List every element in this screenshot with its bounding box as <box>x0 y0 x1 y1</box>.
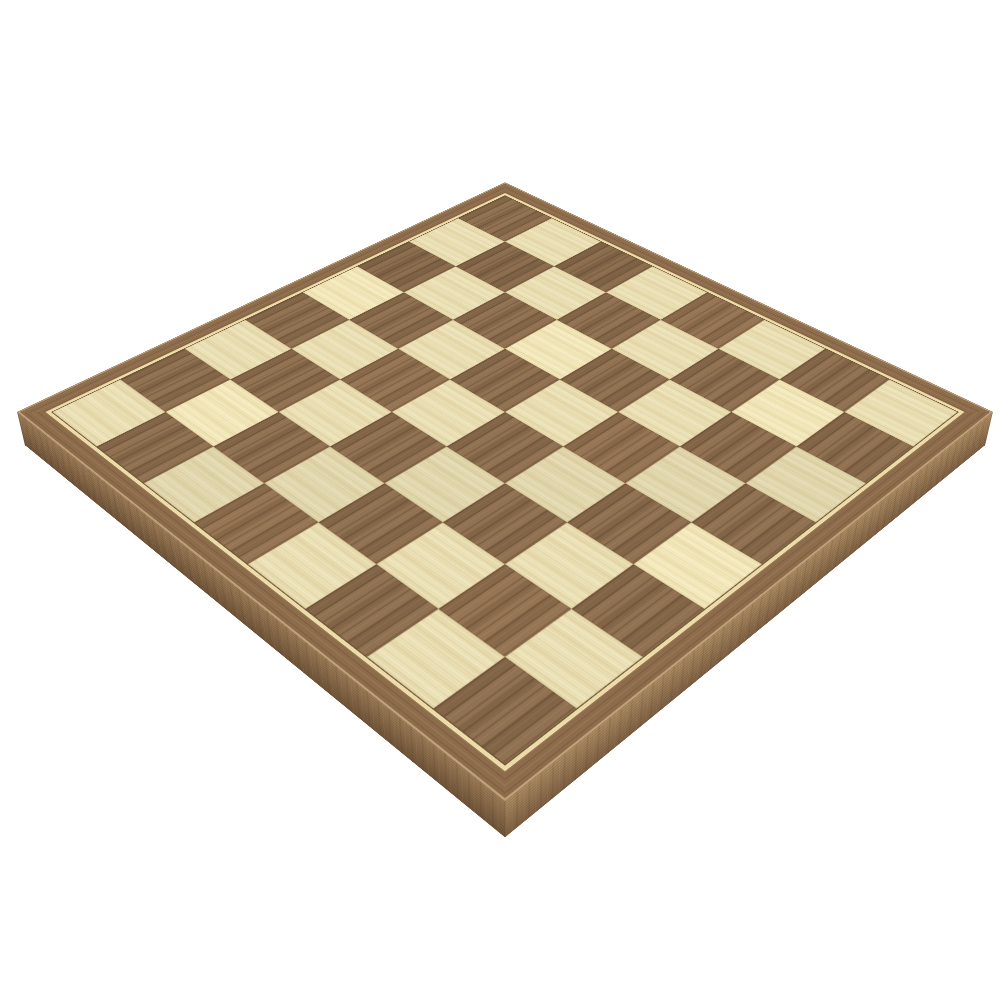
field-border <box>51 195 959 765</box>
square <box>438 564 571 657</box>
square <box>376 522 505 609</box>
squares-grid <box>52 196 957 764</box>
square <box>625 447 745 523</box>
square <box>680 412 797 483</box>
square <box>443 483 567 564</box>
square <box>385 447 505 523</box>
square <box>319 483 443 564</box>
square <box>213 412 330 483</box>
square <box>447 412 564 483</box>
square <box>505 447 625 523</box>
square <box>505 522 634 609</box>
maple-inlay <box>45 193 964 771</box>
chess-board <box>17 182 993 801</box>
square <box>264 447 384 523</box>
scene <box>0 0 1000 1000</box>
square <box>330 412 447 483</box>
square <box>567 483 691 564</box>
square <box>563 412 680 483</box>
